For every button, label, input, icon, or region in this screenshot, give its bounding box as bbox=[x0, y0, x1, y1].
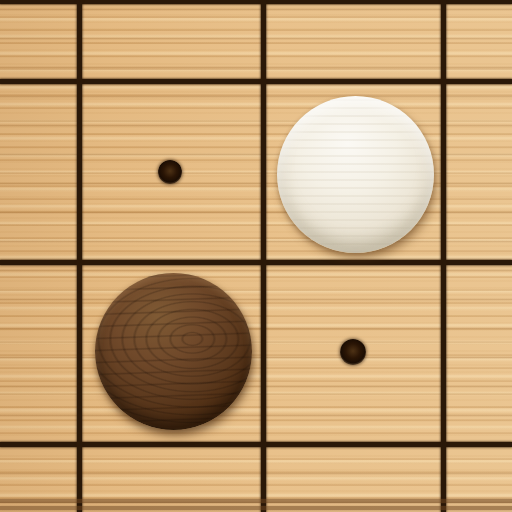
grid-line-vertical bbox=[261, 0, 266, 512]
star-point-dot bbox=[340, 339, 366, 365]
wood-edge-streak bbox=[0, 499, 512, 503]
wood-edge-streak bbox=[0, 506, 512, 510]
grid-line-vertical bbox=[77, 0, 82, 512]
star-point-dot bbox=[158, 160, 182, 184]
grid-line-vertical bbox=[441, 0, 446, 512]
white-stone[interactable] bbox=[277, 96, 434, 253]
black-stone[interactable] bbox=[95, 273, 252, 430]
game-viewport bbox=[0, 0, 512, 512]
gomoku-board[interactable] bbox=[0, 0, 512, 512]
